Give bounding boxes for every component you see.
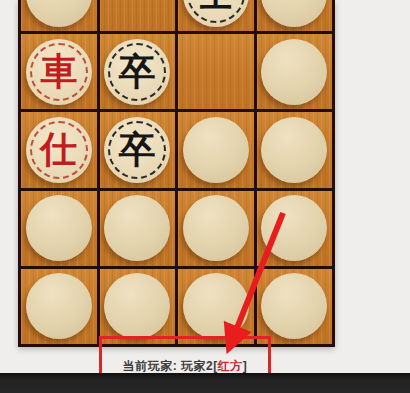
piece-glyph: 士: [197, 0, 234, 12]
current-player-side: 红方: [218, 359, 243, 373]
board-cell-r2c0[interactable]: 仕: [21, 112, 97, 187]
piece-face-down[interactable]: [26, 195, 92, 261]
piece-red-advisor[interactable]: 仕: [26, 117, 92, 183]
piece-face-down[interactable]: [104, 273, 170, 339]
board-cell-r0c3[interactable]: [257, 0, 333, 31]
board-cell-r1c2[interactable]: [178, 34, 254, 109]
board-cell-r4c1[interactable]: [100, 269, 176, 344]
piece-face-down[interactable]: [261, 0, 327, 27]
piece-black-soldier[interactable]: 卒: [104, 39, 170, 105]
board-cell-r2c1[interactable]: 卒: [100, 112, 176, 187]
piece-face-down[interactable]: [261, 195, 327, 261]
board-cell-r4c3[interactable]: [257, 269, 333, 344]
piece-face-down[interactable]: [104, 195, 170, 261]
board-cell-r0c2[interactable]: 士: [178, 0, 254, 31]
piece-glyph: 卒: [119, 53, 156, 90]
board-grid: 士車卒仕卒: [18, 0, 335, 347]
game-screen: 士車卒仕卒 当前玩家: 玩家2[红方]: [0, 0, 410, 393]
banqi-board: 士車卒仕卒: [18, 0, 335, 347]
board-cell-r0c1[interactable]: [100, 0, 176, 31]
board-cell-r2c2[interactable]: [178, 112, 254, 187]
board-cell-r1c3[interactable]: [257, 34, 333, 109]
piece-black-advisor[interactable]: 士: [183, 0, 249, 27]
current-player-suffix: ]: [243, 359, 248, 373]
piece-black-soldier[interactable]: 卒: [104, 117, 170, 183]
board-cell-r3c2[interactable]: [178, 191, 254, 266]
board-cell-r4c0[interactable]: [21, 269, 97, 344]
bottom-bar: [0, 373, 410, 393]
piece-face-down[interactable]: [183, 195, 249, 261]
piece-glyph: 車: [40, 53, 77, 90]
board-cell-r3c3[interactable]: [257, 191, 333, 266]
piece-face-down[interactable]: [26, 273, 92, 339]
board-cell-r1c0[interactable]: 車: [21, 34, 97, 109]
piece-face-down[interactable]: [261, 39, 327, 105]
piece-face-down[interactable]: [261, 273, 327, 339]
piece-face-down[interactable]: [183, 117, 249, 183]
piece-face-down[interactable]: [261, 117, 327, 183]
board-cell-r2c3[interactable]: [257, 112, 333, 187]
board-cell-r3c0[interactable]: [21, 191, 97, 266]
piece-glyph: 仕: [40, 131, 77, 168]
board-cell-r4c2[interactable]: [178, 269, 254, 344]
piece-glyph: 卒: [119, 131, 156, 168]
current-player-prefix: 当前玩家: 玩家2[: [123, 359, 218, 373]
piece-face-down[interactable]: [26, 0, 92, 27]
board-cell-r0c0[interactable]: [21, 0, 97, 31]
piece-red-chariot[interactable]: 車: [26, 39, 92, 105]
piece-face-down[interactable]: [183, 273, 249, 339]
board-cell-r1c1[interactable]: 卒: [100, 34, 176, 109]
board-cell-r3c1[interactable]: [100, 191, 176, 266]
